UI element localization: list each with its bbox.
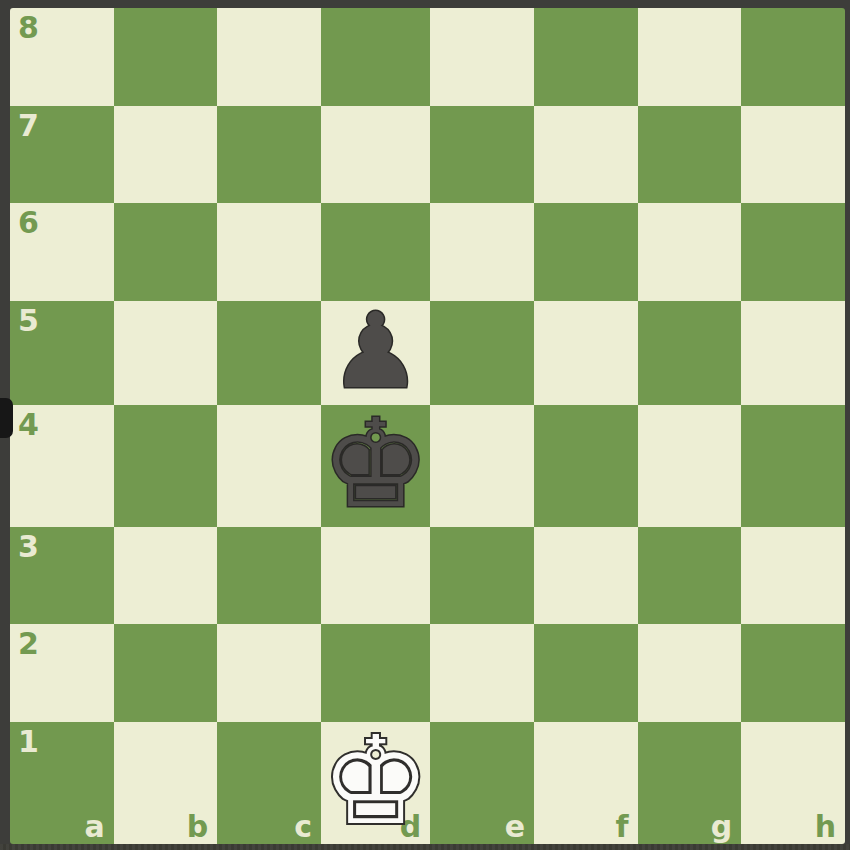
file-label-h: h	[815, 812, 836, 842]
rank-label-7: 7	[18, 111, 39, 141]
rank-label-3: 3	[18, 532, 39, 562]
square-d5[interactable]: ♟	[321, 301, 430, 405]
square-d6[interactable]	[321, 203, 430, 301]
square-f6[interactable]	[534, 203, 638, 301]
square-a7[interactable]: 7	[10, 106, 114, 204]
square-a8[interactable]: 8	[10, 8, 114, 106]
square-f4[interactable]	[534, 405, 638, 527]
chess-app: { "game": "chess", "position": { "fen": …	[0, 0, 850, 850]
square-h5[interactable]	[741, 301, 845, 405]
square-e2[interactable]	[430, 624, 534, 722]
square-b1[interactable]: b	[114, 722, 218, 844]
square-a5[interactable]: 5	[10, 301, 114, 405]
square-d4[interactable]: ♚	[321, 405, 430, 527]
square-g4[interactable]	[638, 405, 742, 527]
rank-label-1: 1	[18, 727, 39, 757]
square-h6[interactable]	[741, 203, 845, 301]
square-g2[interactable]	[638, 624, 742, 722]
square-g7[interactable]	[638, 106, 742, 204]
square-c5[interactable]	[217, 301, 321, 405]
rank-label-8: 8	[18, 13, 39, 43]
square-e3[interactable]	[430, 527, 534, 625]
square-b6[interactable]	[114, 203, 218, 301]
square-d7[interactable]	[321, 106, 430, 204]
square-d3[interactable]	[321, 527, 430, 625]
square-h8[interactable]	[741, 8, 845, 106]
square-f2[interactable]	[534, 624, 638, 722]
square-h3[interactable]	[741, 527, 845, 625]
square-e4[interactable]	[430, 405, 534, 527]
black-king[interactable]: ♚	[321, 403, 430, 525]
file-label-c: c	[294, 812, 312, 842]
square-f1[interactable]: f	[534, 722, 638, 844]
file-label-f: f	[616, 812, 629, 842]
rank-label-2: 2	[18, 629, 39, 659]
rank-label-4: 4	[18, 410, 39, 440]
square-g1[interactable]: g	[638, 722, 742, 844]
square-c3[interactable]	[217, 527, 321, 625]
file-label-b: b	[187, 812, 208, 842]
square-d8[interactable]	[321, 8, 430, 106]
square-a1[interactable]: 1a	[10, 722, 114, 844]
square-h2[interactable]	[741, 624, 845, 722]
square-g5[interactable]	[638, 301, 742, 405]
square-c8[interactable]	[217, 8, 321, 106]
chess-board: 8765♟4♚321abcd♚efgh	[10, 8, 845, 844]
square-e1[interactable]: e	[430, 722, 534, 844]
square-a6[interactable]: 6	[10, 203, 114, 301]
square-e6[interactable]	[430, 203, 534, 301]
square-g8[interactable]	[638, 8, 742, 106]
square-h1[interactable]: h	[741, 722, 845, 844]
square-a4[interactable]: 4	[10, 405, 114, 527]
square-a3[interactable]: 3	[10, 527, 114, 625]
black-pawn[interactable]: ♟	[329, 299, 422, 403]
square-f7[interactable]	[534, 106, 638, 204]
square-a2[interactable]: 2	[10, 624, 114, 722]
square-f5[interactable]	[534, 301, 638, 405]
square-c2[interactable]	[217, 624, 321, 722]
square-c4[interactable]	[217, 405, 321, 527]
square-c7[interactable]	[217, 106, 321, 204]
rank-label-5: 5	[18, 306, 39, 336]
square-b5[interactable]	[114, 301, 218, 405]
square-e5[interactable]	[430, 301, 534, 405]
file-label-g: g	[711, 812, 732, 842]
square-f8[interactable]	[534, 8, 638, 106]
square-h7[interactable]	[741, 106, 845, 204]
square-f3[interactable]	[534, 527, 638, 625]
square-b8[interactable]	[114, 8, 218, 106]
square-b4[interactable]	[114, 405, 218, 527]
file-label-e: e	[505, 812, 525, 842]
square-c6[interactable]	[217, 203, 321, 301]
square-b7[interactable]	[114, 106, 218, 204]
square-e7[interactable]	[430, 106, 534, 204]
white-king[interactable]: ♚	[321, 720, 430, 842]
square-b2[interactable]	[114, 624, 218, 722]
file-label-a: a	[84, 812, 104, 842]
square-e8[interactable]	[430, 8, 534, 106]
square-g3[interactable]	[638, 527, 742, 625]
square-b3[interactable]	[114, 527, 218, 625]
square-h4[interactable]	[741, 405, 845, 527]
rank-label-6: 6	[18, 208, 39, 238]
square-d2[interactable]	[321, 624, 430, 722]
board-frame-bottom	[0, 844, 850, 850]
side-panel-handle[interactable]	[0, 398, 13, 438]
square-g6[interactable]	[638, 203, 742, 301]
square-c1[interactable]: c	[217, 722, 321, 844]
square-d1[interactable]: d♚	[321, 722, 430, 844]
